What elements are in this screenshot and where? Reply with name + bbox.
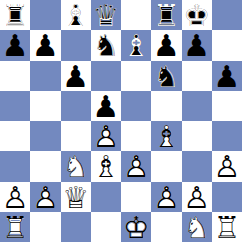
square-e8[interactable] [121,0,151,30]
square-a4[interactable] [0,121,30,151]
square-f1[interactable] [151,212,181,242]
piece-glyph-outline: ♕ [61,183,91,213]
chess-board: ♜♖♝♗♛♕♜♖♚♔♟♟♞♘♝♗♟♟♟♞♘♟♟♟♙♝♗♞♘♝♗♟♙♟♙♟♙♟♙♛… [0,0,242,242]
piece-glyph-outline: ♗ [151,122,181,152]
piece-glyph-outline: ♔ [182,1,212,31]
piece-glyph-fill: ♜ [0,213,30,242]
piece-black-pawn[interactable]: ♟ [30,30,60,60]
square-c7[interactable] [61,30,91,60]
piece-glyph-fill: ♟ [0,31,30,61]
piece-glyph-fill: ♛ [61,183,91,213]
square-b3[interactable] [30,151,60,181]
square-a5[interactable] [0,91,30,121]
piece-glyph-fill: ♝ [91,152,121,182]
piece-glyph-outline: ♘ [151,62,181,92]
square-e4[interactable] [121,121,151,151]
piece-glyph-outline: ♘ [61,152,91,182]
square-a2[interactable]: ♟♙ [0,182,30,212]
piece-glyph-outline: ♙ [0,183,30,213]
piece-white-pawn[interactable]: ♟♙ [151,182,181,212]
piece-white-pawn[interactable]: ♟♙ [0,182,30,212]
piece-glyph-fill: ♚ [182,1,212,31]
square-h2[interactable] [212,182,242,212]
piece-glyph-outline: ♗ [61,1,91,31]
piece-glyph-outline: ♙ [151,183,181,213]
piece-glyph-outline: ♙ [212,152,242,182]
piece-black-pawn[interactable]: ♟ [91,91,121,121]
square-f3[interactable] [151,151,181,181]
square-h5[interactable] [212,91,242,121]
piece-glyph-fill: ♜ [212,213,242,242]
piece-glyph-fill: ♟ [212,62,242,92]
piece-white-pawn[interactable]: ♟♙ [121,151,151,181]
square-c6[interactable]: ♟ [61,61,91,91]
square-h7[interactable] [212,30,242,60]
piece-black-queen[interactable]: ♛♕ [91,0,121,30]
square-e5[interactable] [121,91,151,121]
square-c2[interactable]: ♛♕ [61,182,91,212]
square-e7[interactable]: ♝♗ [121,30,151,60]
square-b5[interactable] [30,91,60,121]
piece-glyph-fill: ♞ [61,152,91,182]
square-b8[interactable] [30,0,60,30]
piece-glyph-outline: ♖ [0,1,30,31]
piece-black-knight[interactable]: ♞♘ [91,30,121,60]
piece-glyph-fill: ♟ [61,62,91,92]
piece-glyph-fill: ♞ [91,31,121,61]
square-g6[interactable] [182,61,212,91]
piece-white-pawn[interactable]: ♟♙ [212,151,242,181]
piece-white-knight[interactable]: ♞♘ [182,212,212,242]
piece-white-king[interactable]: ♚♔ [121,212,151,242]
square-f6[interactable]: ♞♘ [151,61,181,91]
piece-black-rook[interactable]: ♜♖ [151,0,181,30]
square-f7[interactable]: ♟ [151,30,181,60]
square-h1[interactable]: ♜♖ [212,212,242,242]
piece-white-rook[interactable]: ♜♖ [212,212,242,242]
piece-glyph-fill: ♟ [151,31,181,61]
square-e1[interactable]: ♚♔ [121,212,151,242]
piece-glyph-outline: ♗ [121,31,151,61]
square-g7[interactable]: ♟ [182,30,212,60]
piece-glyph-fill: ♟ [212,152,242,182]
piece-white-knight[interactable]: ♞♘ [61,151,91,181]
square-g2[interactable]: ♟♙ [182,182,212,212]
piece-glyph-outline: ♔ [121,213,151,242]
piece-glyph-fill: ♞ [151,62,181,92]
square-h6[interactable]: ♟ [212,61,242,91]
piece-glyph-outline: ♖ [0,213,30,242]
square-a1[interactable]: ♜♖ [0,212,30,242]
square-d2[interactable] [91,182,121,212]
piece-glyph-fill: ♟ [151,183,181,213]
square-f4[interactable]: ♝♗ [151,121,181,151]
piece-black-pawn[interactable]: ♟ [212,61,242,91]
square-d7[interactable]: ♞♘ [91,30,121,60]
piece-glyph-outline: ♖ [212,213,242,242]
square-d5[interactable]: ♟ [91,91,121,121]
piece-black-bishop[interactable]: ♝♗ [61,0,91,30]
square-b7[interactable]: ♟ [30,30,60,60]
square-e3[interactable]: ♟♙ [121,151,151,181]
square-a6[interactable] [0,61,30,91]
piece-white-bishop[interactable]: ♝♗ [151,121,181,151]
piece-glyph-fill: ♞ [182,213,212,242]
square-g3[interactable] [182,151,212,181]
square-c1[interactable] [61,212,91,242]
piece-glyph-outline: ♙ [182,183,212,213]
piece-white-queen[interactable]: ♛♕ [61,182,91,212]
square-d6[interactable] [91,61,121,91]
piece-glyph-fill: ♛ [91,1,121,31]
square-d8[interactable]: ♛♕ [91,0,121,30]
square-c4[interactable] [61,121,91,151]
piece-black-knight[interactable]: ♞♘ [151,61,181,91]
piece-black-pawn[interactable]: ♟ [151,30,181,60]
square-h4[interactable] [212,121,242,151]
square-c5[interactable] [61,91,91,121]
square-a3[interactable] [0,151,30,181]
piece-glyph-fill: ♝ [151,122,181,152]
square-g5[interactable] [182,91,212,121]
piece-glyph-fill: ♟ [0,183,30,213]
piece-glyph-outline: ♘ [91,31,121,61]
square-f8[interactable]: ♜♖ [151,0,181,30]
square-b4[interactable] [30,121,60,151]
piece-white-pawn[interactable]: ♟♙ [30,182,60,212]
piece-glyph-outline: ♖ [151,1,181,31]
piece-black-bishop[interactable]: ♝♗ [121,30,151,60]
piece-glyph-outline: ♗ [91,152,121,182]
piece-glyph-fill: ♟ [91,122,121,152]
piece-black-king[interactable]: ♚♔ [182,0,212,30]
piece-white-rook[interactable]: ♜♖ [0,212,30,242]
square-a7[interactable]: ♟ [0,30,30,60]
piece-glyph-outline: ♕ [91,1,121,31]
square-b2[interactable]: ♟♙ [30,182,60,212]
piece-glyph-fill: ♚ [121,213,151,242]
piece-glyph-fill: ♟ [30,31,60,61]
square-c3[interactable]: ♞♘ [61,151,91,181]
piece-black-pawn[interactable]: ♟ [0,30,30,60]
piece-glyph-fill: ♟ [182,31,212,61]
piece-glyph-fill: ♟ [182,183,212,213]
piece-glyph-fill: ♟ [30,183,60,213]
piece-white-pawn[interactable]: ♟♙ [182,182,212,212]
square-h8[interactable] [212,0,242,30]
piece-black-pawn[interactable]: ♟ [61,61,91,91]
piece-glyph-fill: ♟ [121,152,151,182]
square-h3[interactable]: ♟♙ [212,151,242,181]
piece-glyph-outline: ♙ [30,183,60,213]
square-d4[interactable]: ♟♙ [91,121,121,151]
piece-white-pawn[interactable]: ♟♙ [91,121,121,151]
square-g8[interactable]: ♚♔ [182,0,212,30]
piece-glyph-fill: ♝ [61,1,91,31]
square-d1[interactable] [91,212,121,242]
piece-black-rook[interactable]: ♜♖ [0,0,30,30]
square-f5[interactable] [151,91,181,121]
square-b1[interactable] [30,212,60,242]
square-e6[interactable] [121,61,151,91]
square-e2[interactable] [121,182,151,212]
square-f2[interactable]: ♟♙ [151,182,181,212]
square-c8[interactable]: ♝♗ [61,0,91,30]
piece-glyph-outline: ♘ [182,213,212,242]
square-a8[interactable]: ♜♖ [0,0,30,30]
piece-glyph-fill: ♟ [91,92,121,122]
square-g4[interactable] [182,121,212,151]
piece-white-bishop[interactable]: ♝♗ [91,151,121,181]
square-g1[interactable]: ♞♘ [182,212,212,242]
piece-glyph-fill: ♜ [0,1,30,31]
piece-black-pawn[interactable]: ♟ [182,30,212,60]
piece-glyph-fill: ♝ [121,31,151,61]
piece-glyph-fill: ♜ [151,1,181,31]
square-b6[interactable] [30,61,60,91]
piece-glyph-outline: ♙ [121,152,151,182]
piece-glyph-outline: ♙ [91,122,121,152]
square-d3[interactable]: ♝♗ [91,151,121,181]
